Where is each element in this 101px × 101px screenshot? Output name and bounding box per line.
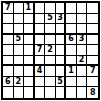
cell-r9c4[interactable] — [35, 87, 46, 98]
cell-r1c4[interactable] — [35, 3, 46, 14]
cell-r8c8[interactable] — [77, 77, 88, 88]
cell-r7c1[interactable] — [3, 66, 14, 77]
given-digit-r8c1[interactable]: 6 — [3, 77, 14, 88]
cell-r3c7[interactable] — [66, 24, 77, 35]
given-digit-r6c8[interactable]: 2 — [77, 56, 88, 67]
cell-r6c1[interactable] — [3, 56, 14, 67]
cell-r4c6[interactable] — [56, 35, 67, 46]
given-digit-r9c9[interactable]: 8 — [87, 87, 98, 98]
given-digit-r8c6[interactable]: 5 — [56, 77, 67, 88]
cell-r9c1[interactable] — [3, 87, 14, 98]
cell-r3c3[interactable] — [24, 24, 35, 35]
cell-r1c6[interactable] — [56, 3, 67, 14]
cell-r5c2[interactable] — [14, 45, 25, 56]
cell-r2c7[interactable] — [66, 14, 77, 25]
given-digit-r4c8[interactable]: 3 — [77, 35, 88, 46]
cell-r2c2[interactable] — [14, 14, 25, 25]
cell-r8c3[interactable] — [24, 77, 35, 88]
cell-r5c3[interactable] — [24, 45, 35, 56]
cell-r7c8[interactable] — [77, 66, 88, 77]
cell-r7c5[interactable] — [45, 66, 56, 77]
given-digit-r5c5[interactable]: 2 — [45, 45, 56, 56]
given-digit-r2c5[interactable]: 5 — [45, 14, 56, 25]
cell-r4c4[interactable] — [35, 35, 46, 46]
cell-r6c5[interactable] — [45, 56, 56, 67]
cell-r3c1[interactable] — [3, 24, 14, 35]
cell-r9c5[interactable] — [45, 87, 56, 98]
cell-r3c4[interactable] — [35, 24, 46, 35]
cell-r6c9[interactable] — [87, 56, 98, 67]
given-digit-r4c7[interactable]: 6 — [66, 35, 77, 46]
cell-r4c5[interactable] — [45, 35, 56, 46]
cell-r2c4[interactable] — [35, 14, 46, 25]
given-digit-r7c9[interactable]: 7 — [87, 66, 98, 77]
cell-r1c2[interactable] — [14, 3, 25, 14]
given-digit-r1c1[interactable]: 7 — [3, 3, 14, 14]
cell-r5c9[interactable] — [87, 45, 98, 56]
cell-r9c8[interactable] — [77, 87, 88, 98]
sudoku-board: 71535637224176258 — [1, 1, 100, 100]
cell-r5c7[interactable] — [66, 45, 77, 56]
cell-r6c4[interactable] — [35, 56, 46, 67]
cell-r7c6[interactable] — [56, 66, 67, 77]
cell-r1c8[interactable] — [77, 3, 88, 14]
cell-r8c4[interactable] — [35, 77, 46, 88]
cell-r3c6[interactable] — [56, 24, 67, 35]
cell-r8c5[interactable] — [45, 77, 56, 88]
cell-r6c6[interactable] — [56, 56, 67, 67]
given-digit-r7c4[interactable]: 4 — [35, 66, 46, 77]
cell-r3c2[interactable] — [14, 24, 25, 35]
cell-r1c5[interactable] — [45, 3, 56, 14]
cell-r4c9[interactable] — [87, 35, 98, 46]
cell-r9c6[interactable] — [56, 87, 67, 98]
cell-r4c3[interactable] — [24, 35, 35, 46]
cell-r2c1[interactable] — [3, 14, 14, 25]
cell-r5c8[interactable] — [77, 45, 88, 56]
cell-r4c1[interactable] — [3, 35, 14, 46]
cell-r9c7[interactable] — [66, 87, 77, 98]
cell-r7c2[interactable] — [14, 66, 25, 77]
cell-r3c5[interactable] — [45, 24, 56, 35]
cell-r6c3[interactable] — [24, 56, 35, 67]
given-digit-r7c7[interactable]: 1 — [66, 66, 77, 77]
cell-r6c7[interactable] — [66, 56, 77, 67]
cell-r2c9[interactable] — [87, 14, 98, 25]
cell-r8c7[interactable] — [66, 77, 77, 88]
given-digit-r5c4[interactable]: 7 — [35, 45, 46, 56]
cell-r3c8[interactable] — [77, 24, 88, 35]
cell-r5c6[interactable] — [56, 45, 67, 56]
given-digit-r2c6[interactable]: 3 — [56, 14, 67, 25]
given-digit-r1c3[interactable]: 1 — [24, 3, 35, 14]
cell-r6c2[interactable] — [14, 56, 25, 67]
cell-r9c2[interactable] — [14, 87, 25, 98]
cell-r1c7[interactable] — [66, 3, 77, 14]
cell-r5c1[interactable] — [3, 45, 14, 56]
cell-r9c3[interactable] — [24, 87, 35, 98]
cell-r1c9[interactable] — [87, 3, 98, 14]
cell-r2c8[interactable] — [77, 14, 88, 25]
cell-r8c9[interactable] — [87, 77, 98, 88]
cell-r3c9[interactable] — [87, 24, 98, 35]
cell-r7c3[interactable] — [24, 66, 35, 77]
given-digit-r4c2[interactable]: 5 — [14, 35, 25, 46]
given-digit-r8c2[interactable]: 2 — [14, 77, 25, 88]
cell-r2c3[interactable] — [24, 14, 35, 25]
